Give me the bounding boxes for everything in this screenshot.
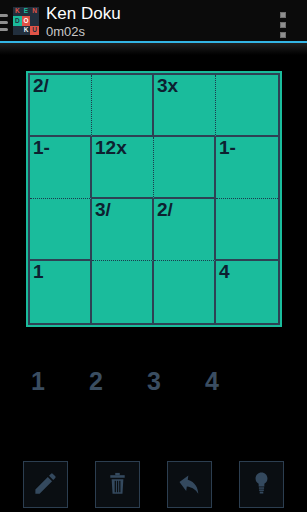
actionbar-titles: Ken Doku 0m02s <box>46 3 121 40</box>
notes-button[interactable] <box>23 461 68 508</box>
board-cell-r0c3[interactable] <box>216 75 278 137</box>
numkey-1[interactable]: 1 <box>9 362 67 400</box>
drawer-handle-icon[interactable] <box>0 14 8 31</box>
logo-cell <box>13 26 22 35</box>
cage-label: 1 <box>33 262 44 283</box>
board-cell-r2c2[interactable]: 2/ <box>154 199 216 261</box>
board-cell-r1c1[interactable]: 12x <box>92 137 154 199</box>
board-cell-r1c3[interactable]: 1- <box>216 137 278 199</box>
board-cell-r2c1[interactable]: 3/ <box>92 199 154 261</box>
logo-cell: K <box>13 7 22 16</box>
app-screen: KENDOKU Ken Doku 0m02s 2/3x1-12x1-3/2/14… <box>0 0 307 512</box>
board-cell-r1c2[interactable] <box>154 137 216 199</box>
numkey-3[interactable]: 3 <box>125 362 183 400</box>
board-cell-r0c2[interactable]: 3x <box>154 75 216 137</box>
undo-button[interactable] <box>167 461 212 508</box>
board-cell-r3c0[interactable]: 1 <box>30 261 92 323</box>
board-cell-r2c0[interactable] <box>30 199 92 261</box>
timer-label: 0m02s <box>46 24 121 40</box>
hint-button[interactable] <box>239 461 284 508</box>
board-cell-r1c0[interactable]: 1- <box>30 137 92 199</box>
pencil-icon <box>32 470 59 500</box>
cage-label: 3x <box>157 76 178 97</box>
cage-label: 12x <box>95 138 127 159</box>
trash-icon <box>104 470 131 500</box>
kendoku-board: 2/3x1-12x1-3/2/14 <box>26 71 282 327</box>
numkey-2[interactable]: 2 <box>67 362 125 400</box>
logo-cell: N <box>30 7 39 16</box>
cage-label: 2/ <box>157 200 173 221</box>
numkey-4[interactable]: 4 <box>183 362 241 400</box>
cage-label: 3/ <box>95 200 111 221</box>
logo-cell: E <box>22 7 31 16</box>
board-cell-r0c1[interactable] <box>92 75 154 137</box>
cage-label: 2/ <box>33 76 49 97</box>
app-title: Ken Doku <box>46 3 121 24</box>
cage-label: 4 <box>219 262 230 283</box>
app-logo: KENDOKU <box>13 7 39 35</box>
cage-label: 1- <box>219 138 236 159</box>
bottom-toolbar <box>23 461 284 508</box>
undo-icon <box>176 470 203 500</box>
logo-cell: U <box>30 26 39 35</box>
logo-cell: O <box>22 16 31 25</box>
board-grid: 2/3x1-12x1-3/2/14 <box>28 73 280 325</box>
logo-cell <box>30 16 39 25</box>
logo-cell: D <box>13 16 22 25</box>
board-cell-r3c3[interactable]: 4 <box>216 261 278 323</box>
overflow-menu-icon[interactable] <box>280 12 286 38</box>
content-top-fade <box>0 43 307 55</box>
clear-button[interactable] <box>95 461 140 508</box>
cage-label: 1- <box>33 138 50 159</box>
board-cell-r2c3[interactable] <box>216 199 278 261</box>
board-cell-r3c1[interactable] <box>92 261 154 323</box>
number-pad: 1234 <box>9 362 241 400</box>
logo-cell: K <box>22 26 31 35</box>
board-cell-r0c0[interactable]: 2/ <box>30 75 92 137</box>
action-bar: KENDOKU Ken Doku 0m02s <box>0 0 307 41</box>
board-cell-r3c2[interactable] <box>154 261 216 323</box>
lightbulb-icon <box>248 470 275 500</box>
